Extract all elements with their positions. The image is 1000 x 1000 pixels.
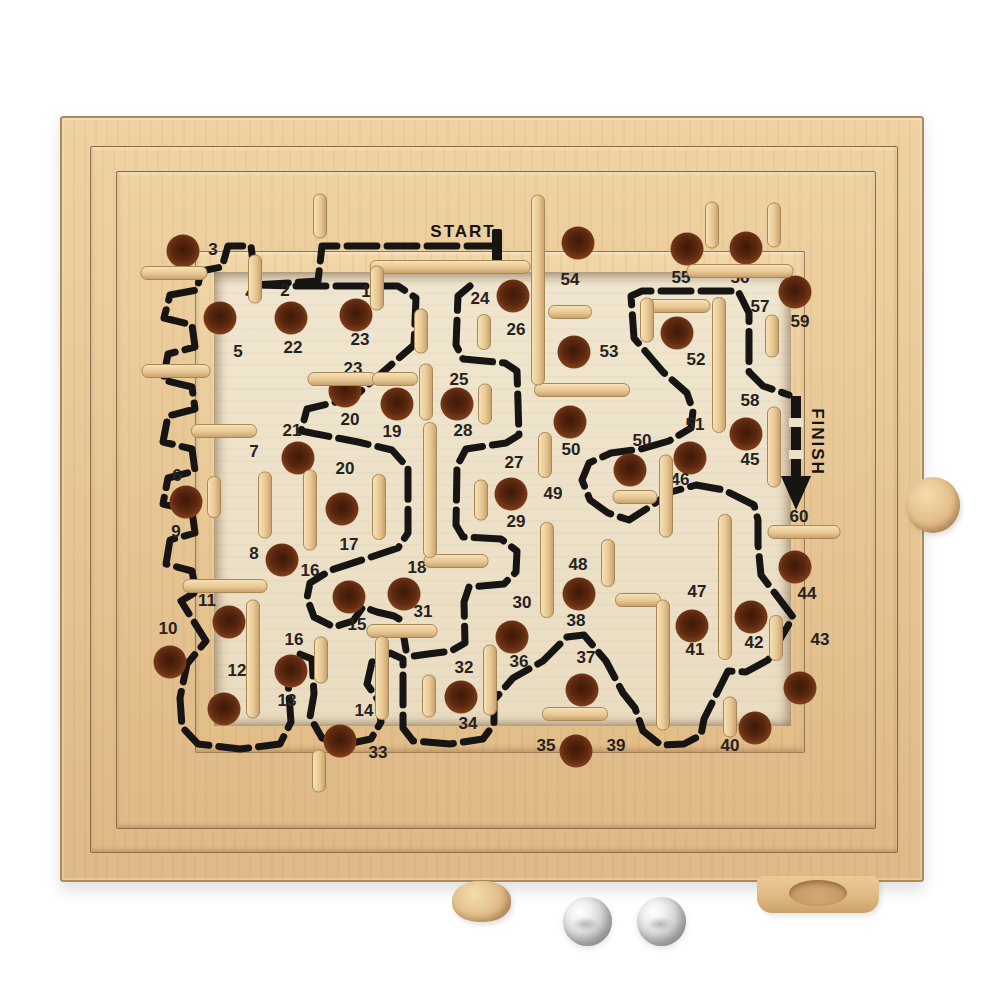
labyrinth-product-photo: 1234567891011121314151616171819202021222… [0,0,1000,1000]
gimbal-inner-ring [116,171,876,829]
steel-ball-1[interactable] [563,897,612,946]
maze-floor [214,272,791,726]
tilt-knob-right[interactable] [906,477,960,533]
tilt-knob-bottom[interactable] [452,881,511,922]
bottom-right-foot [757,876,879,913]
outer-box [60,116,924,882]
steel-ball-2[interactable] [637,897,686,946]
maze-frame [195,251,805,753]
foot-arch-notch [789,880,847,906]
